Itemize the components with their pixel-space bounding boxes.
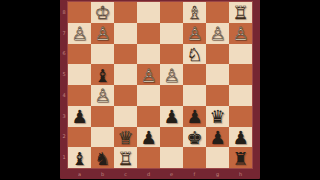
black-rook-h1: ♜ [232, 149, 248, 167]
file-label-f: f [183, 171, 206, 177]
square-a4 [68, 85, 91, 106]
square-f7: ♙ [183, 23, 206, 44]
square-b3 [91, 106, 114, 127]
square-h3 [229, 106, 252, 127]
white-pawn-d5: ♙ [140, 66, 156, 84]
white-pawn-g7: ♙ [209, 25, 225, 43]
square-g4 [206, 85, 229, 106]
white-pawn-e5: ♙ [163, 66, 179, 84]
square-c1: ♖ [114, 147, 137, 168]
chess-board: ♔♗♖♙♙♙♙♙♘♝♙♙♙♟♟♟♛♕♟♚♟♟♝♞♖♜ [68, 2, 252, 168]
rank-label-4: 4 [60, 93, 68, 98]
square-a1: ♝ [68, 147, 91, 168]
white-pawn-b4: ♙ [94, 87, 110, 105]
square-a6 [68, 44, 91, 65]
square-b1: ♞ [91, 147, 114, 168]
square-e8 [160, 2, 183, 23]
square-d3 [137, 106, 160, 127]
square-g7: ♙ [206, 23, 229, 44]
black-bishop-b5: ♝ [94, 66, 110, 84]
square-c5 [114, 64, 137, 85]
square-h4 [229, 85, 252, 106]
square-g6 [206, 44, 229, 65]
square-h5 [229, 64, 252, 85]
square-e2 [160, 127, 183, 148]
square-e5: ♙ [160, 64, 183, 85]
square-d2: ♟ [137, 127, 160, 148]
rank-label-6: 6 [60, 51, 68, 56]
black-knight-b1: ♞ [94, 149, 110, 167]
square-e3: ♟ [160, 106, 183, 127]
white-rook-c1: ♖ [117, 149, 133, 167]
rank-label-5: 5 [60, 72, 68, 77]
file-label-d: d [137, 171, 160, 177]
black-pawn-a3: ♟ [71, 108, 87, 126]
square-a5 [68, 64, 91, 85]
chess-board-frame: ♔♗♖♙♙♙♙♙♘♝♙♙♙♟♟♟♛♕♟♚♟♟♝♞♖♜ 87654321abcde… [60, 0, 260, 179]
square-g5 [206, 64, 229, 85]
file-label-a: a [68, 171, 91, 177]
file-label-g: g [206, 171, 229, 177]
file-label-h: h [229, 171, 252, 177]
black-pawn-e3: ♟ [163, 108, 179, 126]
rank-label-8: 8 [60, 10, 68, 15]
square-c2: ♕ [114, 127, 137, 148]
square-f1 [183, 147, 206, 168]
square-c8 [114, 2, 137, 23]
black-pawn-h2: ♟ [232, 128, 248, 146]
square-g1 [206, 147, 229, 168]
white-bishop-f8: ♗ [186, 4, 202, 22]
black-pawn-d2: ♟ [140, 128, 156, 146]
square-e1 [160, 147, 183, 168]
white-pawn-b7: ♙ [94, 25, 110, 43]
square-b4: ♙ [91, 85, 114, 106]
black-bishop-a1: ♝ [71, 149, 87, 167]
square-e6 [160, 44, 183, 65]
white-queen-c2: ♕ [117, 128, 133, 146]
square-c4 [114, 85, 137, 106]
square-d6 [137, 44, 160, 65]
white-pawn-a7: ♙ [71, 25, 87, 43]
square-b2 [91, 127, 114, 148]
square-g8 [206, 2, 229, 23]
file-label-c: c [114, 171, 137, 177]
black-king-f2: ♚ [186, 128, 202, 146]
black-pawn-f3: ♟ [186, 108, 202, 126]
square-d4 [137, 85, 160, 106]
white-knight-f6: ♘ [186, 45, 202, 63]
white-rook-h8: ♖ [232, 4, 248, 22]
square-h8: ♖ [229, 2, 252, 23]
square-g3: ♛ [206, 106, 229, 127]
square-a7: ♙ [68, 23, 91, 44]
square-d5: ♙ [137, 64, 160, 85]
square-h2: ♟ [229, 127, 252, 148]
square-d8 [137, 2, 160, 23]
square-b5: ♝ [91, 64, 114, 85]
square-c3 [114, 106, 137, 127]
square-e7 [160, 23, 183, 44]
black-pawn-g2: ♟ [209, 128, 225, 146]
square-c6 [114, 44, 137, 65]
square-f5 [183, 64, 206, 85]
letterbox-right [260, 0, 320, 180]
white-king-b8: ♔ [94, 4, 110, 22]
white-pawn-f7: ♙ [186, 25, 202, 43]
square-f4 [183, 85, 206, 106]
video-frame: ♔♗♖♙♙♙♙♙♘♝♙♙♙♟♟♟♛♕♟♚♟♟♝♞♖♜ 87654321abcde… [0, 0, 320, 180]
rank-label-1: 1 [60, 155, 68, 160]
square-h7: ♙ [229, 23, 252, 44]
square-f2: ♚ [183, 127, 206, 148]
square-f8: ♗ [183, 2, 206, 23]
square-b8: ♔ [91, 2, 114, 23]
rank-label-2: 2 [60, 134, 68, 139]
square-a8 [68, 2, 91, 23]
white-pawn-h7: ♙ [232, 25, 248, 43]
file-label-b: b [91, 171, 114, 177]
black-queen-g3: ♛ [209, 108, 225, 126]
square-f3: ♟ [183, 106, 206, 127]
square-b7: ♙ [91, 23, 114, 44]
square-a3: ♟ [68, 106, 91, 127]
square-d7 [137, 23, 160, 44]
letterbox-left [0, 0, 60, 180]
square-d1 [137, 147, 160, 168]
square-g2: ♟ [206, 127, 229, 148]
rank-label-7: 7 [60, 31, 68, 36]
square-b6 [91, 44, 114, 65]
square-h1: ♜ [229, 147, 252, 168]
square-c7 [114, 23, 137, 44]
square-f6: ♘ [183, 44, 206, 65]
file-label-e: e [160, 171, 183, 177]
square-a2 [68, 127, 91, 148]
square-e4 [160, 85, 183, 106]
rank-label-3: 3 [60, 114, 68, 119]
square-h6 [229, 44, 252, 65]
